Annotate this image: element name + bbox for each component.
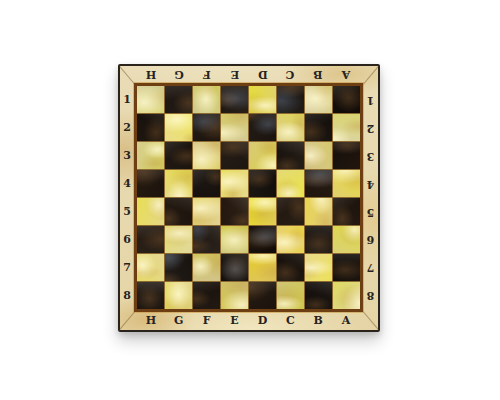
corner-miter-top-right xyxy=(361,66,379,87)
board-square[interactable] xyxy=(305,282,332,309)
board-square[interactable] xyxy=(305,114,332,141)
board-square[interactable] xyxy=(165,198,192,225)
file-label: G xyxy=(165,312,193,329)
board-square[interactable] xyxy=(249,282,276,309)
rank-label: 2 xyxy=(363,114,378,142)
board-square[interactable] xyxy=(193,254,220,281)
rank-label: 4 xyxy=(120,170,134,198)
board-square[interactable] xyxy=(333,170,360,197)
rank-label: 2 xyxy=(120,114,134,142)
board-square[interactable] xyxy=(277,170,304,197)
board-square[interactable] xyxy=(277,254,304,281)
file-labels-bottom: HGFEDCBA xyxy=(137,312,360,329)
file-label: B xyxy=(304,312,332,329)
board-squares-grid xyxy=(137,86,360,309)
board-square[interactable] xyxy=(221,86,248,113)
board-square[interactable] xyxy=(333,114,360,141)
board-square[interactable] xyxy=(165,226,192,253)
board-square[interactable] xyxy=(193,142,220,169)
board-square[interactable] xyxy=(137,142,164,169)
board-square[interactable] xyxy=(249,226,276,253)
file-label: C xyxy=(276,312,304,329)
file-labels-top: HGFEDCBA xyxy=(137,66,360,83)
board-square[interactable] xyxy=(277,142,304,169)
rank-label: 1 xyxy=(363,86,378,114)
board-square[interactable] xyxy=(249,170,276,197)
board-square[interactable] xyxy=(249,86,276,113)
board-square[interactable] xyxy=(249,114,276,141)
rank-label: 6 xyxy=(120,225,134,253)
board-square[interactable] xyxy=(249,142,276,169)
chess-board: HGFEDCBA HGFEDCBA 12345678 12345678 xyxy=(118,64,380,332)
board-square[interactable] xyxy=(305,142,332,169)
file-label: A xyxy=(332,312,360,329)
board-square[interactable] xyxy=(165,114,192,141)
rank-label: 7 xyxy=(363,253,378,281)
file-label: C xyxy=(276,66,304,83)
rank-label: 3 xyxy=(363,142,378,170)
board-square[interactable] xyxy=(137,170,164,197)
board-square[interactable] xyxy=(165,254,192,281)
board-square[interactable] xyxy=(221,198,248,225)
board-square[interactable] xyxy=(221,142,248,169)
board-square[interactable] xyxy=(193,198,220,225)
board-square[interactable] xyxy=(137,198,164,225)
board-square[interactable] xyxy=(277,114,304,141)
board-square[interactable] xyxy=(193,226,220,253)
rank-labels-right: 12345678 xyxy=(363,86,378,309)
board-square[interactable] xyxy=(221,254,248,281)
board-square[interactable] xyxy=(333,198,360,225)
board-square[interactable] xyxy=(333,254,360,281)
board-square[interactable] xyxy=(277,282,304,309)
rank-label: 8 xyxy=(120,281,134,309)
board-square[interactable] xyxy=(193,282,220,309)
rank-label: 4 xyxy=(363,170,378,198)
board-square[interactable] xyxy=(137,282,164,309)
board-square[interactable] xyxy=(305,226,332,253)
rank-label: 3 xyxy=(120,142,134,170)
rank-label: 8 xyxy=(363,281,378,309)
board-square[interactable] xyxy=(305,86,332,113)
file-label: F xyxy=(193,66,221,83)
board-square[interactable] xyxy=(137,254,164,281)
board-square[interactable] xyxy=(277,86,304,113)
board-square[interactable] xyxy=(333,142,360,169)
rank-label: 6 xyxy=(363,225,378,253)
rank-label: 7 xyxy=(120,253,134,281)
board-square[interactable] xyxy=(137,226,164,253)
file-label: G xyxy=(165,66,193,83)
board-square[interactable] xyxy=(305,254,332,281)
file-label: D xyxy=(249,66,277,83)
board-square[interactable] xyxy=(193,114,220,141)
board-square[interactable] xyxy=(333,86,360,113)
file-label: E xyxy=(221,312,249,329)
board-square[interactable] xyxy=(193,170,220,197)
board-square[interactable] xyxy=(193,86,220,113)
file-label: H xyxy=(137,66,165,83)
board-square[interactable] xyxy=(165,142,192,169)
file-label: A xyxy=(332,66,360,83)
rank-labels-left: 12345678 xyxy=(120,86,134,309)
rank-label: 1 xyxy=(120,86,134,114)
rank-label: 5 xyxy=(363,198,378,226)
photo-canvas: HGFEDCBA HGFEDCBA 12345678 12345678 xyxy=(0,0,500,400)
board-square[interactable] xyxy=(221,114,248,141)
file-label: D xyxy=(249,312,277,329)
file-label: F xyxy=(193,312,221,329)
board-square[interactable] xyxy=(333,282,360,309)
file-label: E xyxy=(221,66,249,83)
board-square[interactable] xyxy=(221,170,248,197)
file-label: B xyxy=(304,66,332,83)
board-inner-frame xyxy=(134,83,363,312)
board-square[interactable] xyxy=(277,226,304,253)
board-square[interactable] xyxy=(137,114,164,141)
board-square[interactable] xyxy=(305,198,332,225)
board-square[interactable] xyxy=(137,86,164,113)
board-square[interactable] xyxy=(165,170,192,197)
board-square[interactable] xyxy=(249,198,276,225)
board-square[interactable] xyxy=(221,226,248,253)
board-square[interactable] xyxy=(165,282,192,309)
board-square[interactable] xyxy=(249,254,276,281)
board-square[interactable] xyxy=(221,282,248,309)
board-square[interactable] xyxy=(277,198,304,225)
file-label: H xyxy=(137,312,165,329)
corner-miter-bottom-right xyxy=(361,309,379,330)
board-square[interactable] xyxy=(333,226,360,253)
rank-label: 5 xyxy=(120,198,134,226)
board-square[interactable] xyxy=(305,170,332,197)
board-square[interactable] xyxy=(165,86,192,113)
